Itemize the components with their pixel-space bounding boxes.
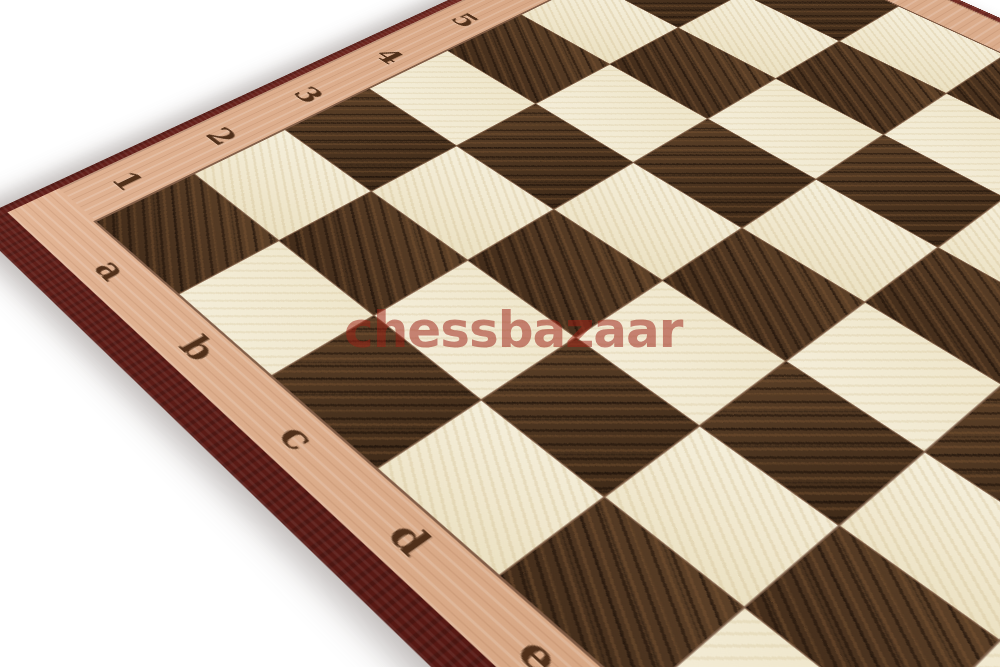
watermark-text: chessbazaar [344, 301, 682, 359]
product-photo-scene: 12345678abcdefgh chessbazaar [0, 0, 1000, 667]
